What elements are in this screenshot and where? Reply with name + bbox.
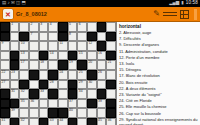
grid-cell[interactable]: 37 <box>68 99 78 109</box>
grid-cell[interactable]: 11 <box>58 41 68 51</box>
grid-cell[interactable]: 41 <box>0 118 10 125</box>
grid-cell[interactable] <box>68 41 78 51</box>
black-cell <box>68 118 78 125</box>
black-cell <box>97 22 107 32</box>
grid-cell[interactable]: 27 <box>0 80 10 90</box>
black-cell <box>58 32 68 42</box>
grid-cell[interactable] <box>10 32 20 42</box>
grid-cell[interactable]: 24 <box>58 70 68 80</box>
cell-number: 14 <box>50 52 54 56</box>
grid-cell[interactable] <box>29 80 39 90</box>
cell-number: 39 <box>11 109 15 113</box>
black-cell <box>29 89 39 99</box>
grid-cell[interactable] <box>39 99 49 109</box>
grid-cell[interactable] <box>58 99 68 109</box>
grid-cell[interactable] <box>77 99 87 109</box>
black-cell <box>0 108 10 118</box>
black-cell <box>68 80 78 90</box>
pencil-icon[interactable]: ✎ <box>153 10 160 18</box>
cell-number: 7 <box>30 33 32 37</box>
cell-number: 20 <box>88 61 92 65</box>
grid-cell[interactable]: 23 <box>10 70 20 80</box>
grid-cell[interactable]: 12 <box>87 41 97 51</box>
grid-cell[interactable] <box>39 70 49 80</box>
grid-cell[interactable] <box>39 41 49 51</box>
cell-number: 41 <box>2 119 6 123</box>
grid-cell[interactable] <box>87 22 97 32</box>
black-cell <box>10 99 20 109</box>
grid-cell[interactable] <box>77 108 87 118</box>
black-cell <box>39 80 49 90</box>
grid-cell[interactable] <box>29 51 39 61</box>
cell-number: 4 <box>50 23 52 27</box>
black-cell <box>68 89 78 99</box>
black-cell <box>48 108 58 118</box>
black-cell <box>87 118 97 125</box>
grid-cell[interactable]: 1 <box>10 22 20 32</box>
grid-cell[interactable]: 34 <box>77 89 87 99</box>
black-cell <box>106 32 116 42</box>
grid-cell[interactable] <box>106 22 116 32</box>
overflow-strip <box>194 9 197 20</box>
grid-cell[interactable] <box>29 108 39 118</box>
black-cell <box>19 80 29 90</box>
status-bar: ▤ ♪ ✉ ◫ ⬒ ▂▄▆ ▮ 10:58 <box>0 0 200 7</box>
black-cell <box>0 99 10 109</box>
grid-cell[interactable] <box>10 41 20 51</box>
cell-number: 8 <box>69 33 71 37</box>
black-cell <box>0 32 10 42</box>
grid-cell[interactable] <box>0 51 10 61</box>
grid-cell[interactable] <box>48 32 58 42</box>
cell-number: 44 <box>59 119 63 123</box>
crossword-board: 1234567891011121314151617181920212223242… <box>0 22 116 125</box>
cell-number: 15 <box>79 52 83 56</box>
cell-number: 29 <box>79 81 83 85</box>
grid-cell[interactable] <box>19 22 29 32</box>
clue-item[interactable]: 29. Syndicat national des enseignements … <box>119 116 200 125</box>
grid-cell[interactable]: 4 <box>48 22 58 32</box>
grid-cell[interactable] <box>48 99 58 109</box>
grid-cell[interactable] <box>58 89 68 99</box>
grid-cell[interactable]: 18 <box>39 60 49 70</box>
cell-number: 35 <box>21 100 25 104</box>
black-cell <box>97 41 107 51</box>
puzzle-title: Gr_8_08012 <box>16 11 47 17</box>
clue-panel[interactable]: horizontal 2. Abreuvoir, auge7. Difficul… <box>116 22 200 125</box>
black-cell <box>39 51 49 61</box>
cell-number: 45 <box>98 119 102 123</box>
grid-cell[interactable]: 46 <box>106 118 116 125</box>
grid-cell[interactable]: 6 <box>77 22 87 32</box>
cell-number: 5 <box>69 23 71 27</box>
grid-cell[interactable] <box>39 32 49 42</box>
grid-cell[interactable]: 7 <box>29 32 39 42</box>
black-cell <box>10 51 20 61</box>
grid-cell[interactable]: 15 <box>77 51 87 61</box>
grid-cell[interactable]: 9 <box>0 41 10 51</box>
cell-number: 6 <box>79 23 81 27</box>
grid-cell[interactable] <box>19 108 29 118</box>
black-cell <box>106 108 116 118</box>
grid-cell[interactable]: 8 <box>68 32 78 42</box>
grid-cell[interactable] <box>87 108 97 118</box>
grid-cell[interactable] <box>48 41 58 51</box>
black-cell <box>58 60 68 70</box>
black-cell <box>106 99 116 109</box>
cell-number: 12 <box>88 42 92 46</box>
notification-icons: ▤ ♪ ✉ ◫ ⬒ <box>2 1 26 6</box>
grid-cell[interactable]: 42 <box>19 118 29 125</box>
list-mode-icon[interactable] <box>163 12 177 16</box>
grid-cell[interactable]: 26 <box>97 70 107 80</box>
cell-number: 36 <box>30 100 34 104</box>
cell-number: 10 <box>21 42 25 46</box>
cell-number: 31 <box>11 90 15 94</box>
cell-number: 33 <box>40 90 44 94</box>
grid-mode-icon[interactable] <box>180 10 189 19</box>
grid-cell[interactable]: 21 <box>106 60 116 70</box>
grid-cell[interactable] <box>77 41 87 51</box>
app-icon[interactable]: ✕ <box>3 9 13 19</box>
grid-cell[interactable] <box>87 89 97 99</box>
cell-number: 24 <box>59 71 63 75</box>
grid-cell[interactable]: 22 <box>0 70 10 80</box>
black-cell <box>0 89 10 99</box>
grid-cell[interactable] <box>29 41 39 51</box>
grid-cell[interactable] <box>58 80 68 90</box>
grid-cell[interactable]: 25 <box>77 70 87 80</box>
grid-cell[interactable] <box>97 32 107 42</box>
battery-icon: ▮ <box>181 1 183 6</box>
grid-cell[interactable] <box>77 118 87 125</box>
black-cell <box>19 32 29 42</box>
cell-number: 40 <box>69 109 73 113</box>
black-cell <box>106 80 116 90</box>
cell-number: 18 <box>40 61 44 65</box>
cell-number: 22 <box>2 71 6 75</box>
grid-cell[interactable] <box>58 51 68 61</box>
black-cell <box>39 118 49 125</box>
grid-cell[interactable]: 17 <box>19 60 29 70</box>
grid-cell[interactable]: 20 <box>87 60 97 70</box>
cell-number: 34 <box>79 90 83 94</box>
black-cell <box>48 70 58 80</box>
grid-cell[interactable]: 31 <box>10 89 20 99</box>
grid-cell[interactable]: 40 <box>68 108 78 118</box>
grid-cell[interactable] <box>19 70 29 80</box>
cell-number: 28 <box>50 81 54 85</box>
grid-cell[interactable]: 5 <box>68 22 78 32</box>
black-cell <box>87 70 97 80</box>
grid-cell[interactable] <box>97 80 107 90</box>
cell-number: 2 <box>30 23 32 27</box>
grid-cell[interactable]: 16 <box>97 51 107 61</box>
grid-cell[interactable] <box>39 108 49 118</box>
grid-cell[interactable]: 44 <box>58 118 68 125</box>
black-cell <box>106 51 116 61</box>
grid-cell[interactable]: 2 <box>29 22 39 32</box>
grid-cell[interactable]: 33 <box>39 89 49 99</box>
black-cell <box>58 22 68 32</box>
grid-cell[interactable]: 32 <box>19 89 29 99</box>
cell-number: 43 <box>50 119 54 123</box>
cell-number: 46 <box>108 119 112 123</box>
grid-cell[interactable] <box>48 60 58 70</box>
grid-cell[interactable] <box>10 80 20 90</box>
cell-number: 13 <box>21 52 25 56</box>
grid-cell[interactable] <box>68 70 78 80</box>
grid-cell[interactable] <box>106 41 116 51</box>
cell-number: 11 <box>59 42 63 46</box>
cell-number: 19 <box>69 61 73 65</box>
cell-number: 27 <box>2 81 6 85</box>
black-cell <box>68 51 78 61</box>
cell-number: 23 <box>11 71 15 75</box>
grid-cell[interactable] <box>97 108 107 118</box>
grid-cell[interactable]: 3 <box>39 22 49 32</box>
black-cell <box>58 108 68 118</box>
grid-cell[interactable] <box>29 118 39 125</box>
cell-number: 9 <box>2 42 4 46</box>
black-cell <box>97 89 107 99</box>
cell-number: 3 <box>40 23 42 27</box>
cell-number: 17 <box>21 61 25 65</box>
cell-number: 42 <box>21 119 25 123</box>
grid-cell[interactable]: 19 <box>68 60 78 70</box>
grid-cell[interactable]: 14 <box>48 51 58 61</box>
black-cell <box>87 99 97 109</box>
grid-cell[interactable]: 29 <box>77 80 87 90</box>
grid-cell[interactable] <box>106 89 116 99</box>
black-cell <box>29 70 39 80</box>
cell-number: 21 <box>108 61 112 65</box>
cell-number: 32 <box>21 90 25 94</box>
grid-cell[interactable]: 13 <box>19 51 29 61</box>
grid-cell[interactable]: 39 <box>10 108 20 118</box>
black-cell <box>10 118 20 125</box>
signal-icon: ▂▄▆ <box>169 1 179 6</box>
cell-number: 38 <box>98 100 102 104</box>
cell-number: 30 <box>88 81 92 85</box>
grid-cell[interactable]: 43 <box>48 118 58 125</box>
grid-cell[interactable]: 30 <box>87 80 97 90</box>
grid-cell[interactable]: 45 <box>97 118 107 125</box>
cell-number: 25 <box>79 71 83 75</box>
cell-number: 1 <box>11 23 13 27</box>
action-bar: ✕ Gr_8_08012 ✎ <box>0 7 200 22</box>
grid-cell[interactable] <box>87 51 97 61</box>
black-cell <box>0 22 10 32</box>
grid-cell[interactable]: 28 <box>48 80 58 90</box>
grid-cell[interactable] <box>29 60 39 70</box>
grid-cell[interactable]: 10 <box>19 41 29 51</box>
cell-number: 37 <box>69 100 73 104</box>
grid-cell[interactable] <box>106 70 116 80</box>
black-cell <box>87 32 97 42</box>
grid-cell[interactable]: 38 <box>97 99 107 109</box>
grid-cell[interactable] <box>0 60 10 70</box>
grid-cell[interactable] <box>97 60 107 70</box>
clock: 10:58 <box>186 1 198 6</box>
cell-number: 26 <box>98 71 102 75</box>
black-cell <box>77 60 87 70</box>
black-cell <box>10 60 20 70</box>
grid-cell[interactable]: 35 <box>19 99 29 109</box>
cell-number: 16 <box>98 52 102 56</box>
grid-cell[interactable]: 36 <box>29 99 39 109</box>
black-cell <box>48 89 58 99</box>
grid-cell[interactable] <box>77 32 87 42</box>
